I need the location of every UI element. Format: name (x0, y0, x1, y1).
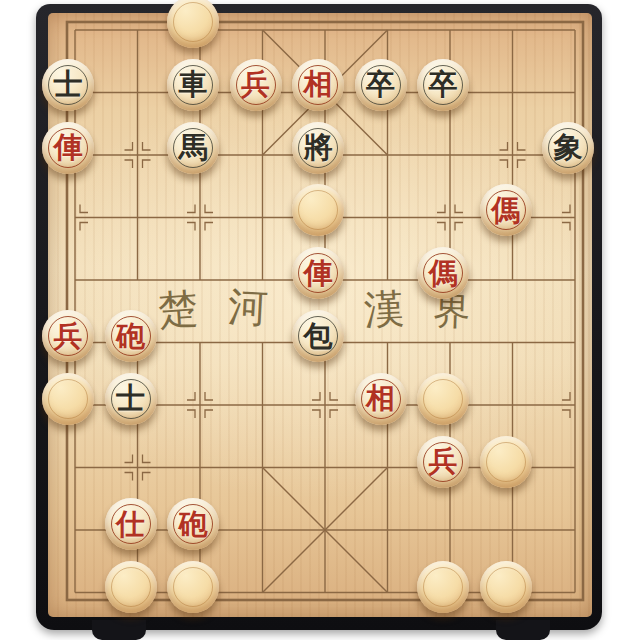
piece-red-soldier[interactable]: 兵 (230, 59, 282, 111)
piece-black-general[interactable]: 將 (292, 122, 344, 174)
piece-hidden-facedown[interactable] (417, 561, 469, 613)
piece-glyph: 馬 (179, 133, 208, 162)
piece-glyph: 兵 (241, 70, 270, 99)
piece-red-cannon[interactable]: 砲 (167, 498, 219, 550)
piece-glyph: 象 (554, 133, 583, 162)
piece-glyph: 兵 (429, 447, 458, 476)
piece-black-elephant[interactable]: 象 (542, 122, 594, 174)
piece-red-elephant[interactable]: 相 (355, 373, 407, 425)
piece-red-cannon[interactable]: 砲 (105, 310, 157, 362)
piece-hidden-facedown[interactable] (480, 561, 532, 613)
piece-hidden-facedown[interactable] (42, 373, 94, 425)
piece-glyph: 傌 (491, 196, 520, 225)
piece-glyph: 仕 (116, 510, 145, 539)
piece-black-advisor[interactable]: 士 (42, 59, 94, 111)
piece-glyph: 卒 (366, 70, 395, 99)
piece-glyph: 傌 (429, 259, 458, 288)
piece-red-soldier[interactable]: 兵 (42, 310, 94, 362)
piece-black-cannon[interactable]: 包 (292, 310, 344, 362)
piece-black-advisor[interactable]: 士 (105, 373, 157, 425)
piece-glyph: 砲 (116, 322, 145, 351)
piece-glyph: 士 (54, 70, 83, 99)
piece-red-elephant[interactable]: 相 (292, 59, 344, 111)
piece-black-soldier[interactable]: 卒 (355, 59, 407, 111)
piece-glyph: 砲 (179, 510, 208, 539)
piece-glyph: 將 (304, 133, 333, 162)
xiangqi-app: 楚 河 漢 界 士車兵相卒卒俥馬將象傌俥傌兵砲包士相兵仕砲 (0, 0, 640, 640)
piece-red-horse[interactable]: 傌 (417, 247, 469, 299)
piece-red-advisor[interactable]: 仕 (105, 498, 157, 550)
piece-glyph: 卒 (429, 70, 458, 99)
piece-hidden-facedown[interactable] (167, 561, 219, 613)
piece-black-chariot[interactable]: 車 (167, 59, 219, 111)
piece-red-horse[interactable]: 傌 (480, 184, 532, 236)
piece-red-soldier[interactable]: 兵 (417, 436, 469, 488)
piece-glyph: 車 (179, 70, 208, 99)
piece-glyph: 相 (304, 70, 333, 99)
piece-hidden-facedown[interactable] (292, 184, 344, 236)
piece-glyph: 士 (116, 384, 145, 413)
piece-black-horse[interactable]: 馬 (167, 122, 219, 174)
piece-glyph: 包 (304, 322, 333, 351)
piece-hidden-facedown[interactable] (417, 373, 469, 425)
piece-red-chariot[interactable]: 俥 (42, 122, 94, 174)
piece-glyph: 俥 (54, 133, 83, 162)
piece-red-chariot[interactable]: 俥 (292, 247, 344, 299)
piece-glyph: 相 (366, 384, 395, 413)
piece-glyph: 兵 (54, 322, 83, 351)
piece-hidden-facedown[interactable] (480, 436, 532, 488)
piece-glyph: 俥 (304, 259, 333, 288)
piece-hidden-facedown[interactable] (105, 561, 157, 613)
piece-black-soldier[interactable]: 卒 (417, 59, 469, 111)
